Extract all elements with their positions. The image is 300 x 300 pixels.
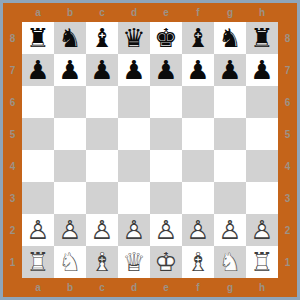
black-piece-layer: ♟ — [150, 54, 182, 86]
rank-label-5-right: 5 — [278, 118, 297, 150]
square-g5[interactable] — [214, 118, 246, 150]
file-label-a-bottom: a — [22, 278, 54, 297]
square-g6[interactable] — [214, 86, 246, 118]
square-h2[interactable]: ♟♙ — [246, 214, 278, 246]
black-piece-layer: ♟ — [54, 54, 86, 86]
square-e3[interactable] — [150, 182, 182, 214]
black-piece-layer: ♜ — [22, 22, 54, 54]
square-e5[interactable] — [150, 118, 182, 150]
rank-label-8-right: 8 — [278, 22, 297, 54]
square-c4[interactable] — [86, 150, 118, 182]
rank-label-5-left: 5 — [3, 118, 22, 150]
square-a8[interactable]: ♜ — [22, 22, 54, 54]
rank-label-7-right: 7 — [278, 54, 297, 86]
square-a2[interactable]: ♟♙ — [22, 214, 54, 246]
black-pawn-d7: ♟ — [118, 54, 150, 86]
square-c1[interactable]: ♝♗ — [86, 246, 118, 278]
white-pawn-a2: ♟♙ — [22, 214, 54, 246]
white-piece-outline-layer: ♙ — [150, 214, 182, 246]
black-pawn-f7: ♟ — [182, 54, 214, 86]
square-c6[interactable] — [86, 86, 118, 118]
white-knight-g1: ♞♘ — [214, 246, 246, 278]
white-rook-a1: ♜♖ — [22, 246, 54, 278]
square-e8[interactable]: ♚ — [150, 22, 182, 54]
border-corner — [278, 3, 297, 22]
square-g8[interactable]: ♞ — [214, 22, 246, 54]
square-d7[interactable]: ♟ — [118, 54, 150, 86]
white-piece-outline-layer: ♖ — [22, 246, 54, 278]
square-h1[interactable]: ♜♖ — [246, 246, 278, 278]
file-label-f-top: f — [182, 3, 214, 22]
square-a6[interactable] — [22, 86, 54, 118]
square-f7[interactable]: ♟ — [182, 54, 214, 86]
black-pawn-g7: ♟ — [214, 54, 246, 86]
square-b1[interactable]: ♞♘ — [54, 246, 86, 278]
black-rook-h8: ♜ — [246, 22, 278, 54]
white-piece-outline-layer: ♖ — [246, 246, 278, 278]
square-d4[interactable] — [118, 150, 150, 182]
border-corner — [278, 278, 297, 297]
black-piece-layer: ♞ — [54, 22, 86, 54]
border-corner — [3, 3, 22, 22]
square-c3[interactable] — [86, 182, 118, 214]
white-pawn-f2: ♟♙ — [182, 214, 214, 246]
black-piece-layer: ♟ — [22, 54, 54, 86]
chess-board: abcdefgh8♜♞♝♛♚♝♞♜87♟♟♟♟♟♟♟♟7665544332♟♙♟… — [3, 3, 297, 297]
white-piece-outline-layer: ♙ — [118, 214, 150, 246]
square-h6[interactable] — [246, 86, 278, 118]
square-c8[interactable]: ♝ — [86, 22, 118, 54]
white-piece-outline-layer: ♘ — [54, 246, 86, 278]
square-c7[interactable]: ♟ — [86, 54, 118, 86]
file-label-g-bottom: g — [214, 278, 246, 297]
black-piece-layer: ♚ — [150, 22, 182, 54]
file-label-f-bottom: f — [182, 278, 214, 297]
black-piece-layer: ♟ — [182, 54, 214, 86]
white-knight-b1: ♞♘ — [54, 246, 86, 278]
square-b4[interactable] — [54, 150, 86, 182]
white-piece-outline-layer: ♕ — [118, 246, 150, 278]
file-label-e-bottom: e — [150, 278, 182, 297]
black-piece-layer: ♟ — [246, 54, 278, 86]
white-rook-h1: ♜♖ — [246, 246, 278, 278]
file-label-b-top: b — [54, 3, 86, 22]
rank-label-6-right: 6 — [278, 86, 297, 118]
white-king-e1: ♚♔ — [150, 246, 182, 278]
black-pawn-c7: ♟ — [86, 54, 118, 86]
white-pawn-b2: ♟♙ — [54, 214, 86, 246]
black-piece-layer: ♟ — [86, 54, 118, 86]
square-f5[interactable] — [182, 118, 214, 150]
black-knight-b8: ♞ — [54, 22, 86, 54]
square-b2[interactable]: ♟♙ — [54, 214, 86, 246]
black-bishop-f8: ♝ — [182, 22, 214, 54]
square-d6[interactable] — [118, 86, 150, 118]
square-d3[interactable] — [118, 182, 150, 214]
white-pawn-h2: ♟♙ — [246, 214, 278, 246]
black-king-e8: ♚ — [150, 22, 182, 54]
square-h7[interactable]: ♟ — [246, 54, 278, 86]
rank-label-4-left: 4 — [3, 150, 22, 182]
white-bishop-c1: ♝♗ — [86, 246, 118, 278]
black-piece-layer: ♜ — [246, 22, 278, 54]
border-corner — [3, 278, 22, 297]
square-h4[interactable] — [246, 150, 278, 182]
black-piece-layer: ♝ — [182, 22, 214, 54]
square-f2[interactable]: ♟♙ — [182, 214, 214, 246]
file-label-c-bottom: c — [86, 278, 118, 297]
square-d8[interactable]: ♛ — [118, 22, 150, 54]
square-a3[interactable] — [22, 182, 54, 214]
square-h5[interactable] — [246, 118, 278, 150]
file-label-g-top: g — [214, 3, 246, 22]
square-a7[interactable]: ♟ — [22, 54, 54, 86]
white-pawn-e2: ♟♙ — [150, 214, 182, 246]
black-piece-layer: ♛ — [118, 22, 150, 54]
file-label-d-top: d — [118, 3, 150, 22]
white-pawn-c2: ♟♙ — [86, 214, 118, 246]
square-a5[interactable] — [22, 118, 54, 150]
square-b5[interactable] — [54, 118, 86, 150]
square-e4[interactable] — [150, 150, 182, 182]
white-queen-d1: ♛♕ — [118, 246, 150, 278]
black-piece-layer: ♟ — [214, 54, 246, 86]
white-pawn-d2: ♟♙ — [118, 214, 150, 246]
square-h8[interactable]: ♜ — [246, 22, 278, 54]
square-d1[interactable]: ♛♕ — [118, 246, 150, 278]
white-piece-outline-layer: ♔ — [150, 246, 182, 278]
square-e2[interactable]: ♟♙ — [150, 214, 182, 246]
file-label-h-top: h — [246, 3, 278, 22]
black-pawn-a7: ♟ — [22, 54, 54, 86]
black-piece-layer: ♞ — [214, 22, 246, 54]
white-piece-outline-layer: ♙ — [182, 214, 214, 246]
square-g4[interactable] — [214, 150, 246, 182]
rank-label-2-left: 2 — [3, 214, 22, 246]
square-b7[interactable]: ♟ — [54, 54, 86, 86]
square-c5[interactable] — [86, 118, 118, 150]
rank-label-3-left: 3 — [3, 182, 22, 214]
file-label-a-top: a — [22, 3, 54, 22]
file-label-d-bottom: d — [118, 278, 150, 297]
square-b3[interactable] — [54, 182, 86, 214]
white-piece-outline-layer: ♘ — [214, 246, 246, 278]
square-b6[interactable] — [54, 86, 86, 118]
rank-label-2-right: 2 — [278, 214, 297, 246]
file-label-b-bottom: b — [54, 278, 86, 297]
rank-label-8-left: 8 — [3, 22, 22, 54]
white-piece-outline-layer: ♙ — [54, 214, 86, 246]
rank-label-6-left: 6 — [3, 86, 22, 118]
square-f1[interactable]: ♝♗ — [182, 246, 214, 278]
square-g7[interactable]: ♟ — [214, 54, 246, 86]
black-rook-a8: ♜ — [22, 22, 54, 54]
black-pawn-b7: ♟ — [54, 54, 86, 86]
white-piece-outline-layer: ♙ — [214, 214, 246, 246]
square-b8[interactable]: ♞ — [54, 22, 86, 54]
black-piece-layer: ♝ — [86, 22, 118, 54]
square-a4[interactable] — [22, 150, 54, 182]
white-piece-outline-layer: ♙ — [246, 214, 278, 246]
square-e1[interactable]: ♚♔ — [150, 246, 182, 278]
square-g3[interactable] — [214, 182, 246, 214]
black-queen-d8: ♛ — [118, 22, 150, 54]
square-c2[interactable]: ♟♙ — [86, 214, 118, 246]
square-e7[interactable]: ♟ — [150, 54, 182, 86]
black-pawn-e7: ♟ — [150, 54, 182, 86]
square-d2[interactable]: ♟♙ — [118, 214, 150, 246]
square-e6[interactable] — [150, 86, 182, 118]
square-f8[interactable]: ♝ — [182, 22, 214, 54]
rank-label-4-right: 4 — [278, 150, 297, 182]
black-pawn-h7: ♟ — [246, 54, 278, 86]
square-f4[interactable] — [182, 150, 214, 182]
white-piece-outline-layer: ♗ — [182, 246, 214, 278]
rank-label-7-left: 7 — [3, 54, 22, 86]
square-g2[interactable]: ♟♙ — [214, 214, 246, 246]
white-piece-outline-layer: ♙ — [22, 214, 54, 246]
white-pawn-g2: ♟♙ — [214, 214, 246, 246]
square-g1[interactable]: ♞♘ — [214, 246, 246, 278]
rank-label-1-left: 1 — [3, 246, 22, 278]
black-bishop-c8: ♝ — [86, 22, 118, 54]
black-knight-g8: ♞ — [214, 22, 246, 54]
file-label-c-top: c — [86, 3, 118, 22]
square-d5[interactable] — [118, 118, 150, 150]
square-f3[interactable] — [182, 182, 214, 214]
file-label-h-bottom: h — [246, 278, 278, 297]
white-piece-outline-layer: ♗ — [86, 246, 118, 278]
black-piece-layer: ♟ — [118, 54, 150, 86]
white-piece-outline-layer: ♙ — [86, 214, 118, 246]
outer-frame: abcdefgh8♜♞♝♛♚♝♞♜87♟♟♟♟♟♟♟♟7665544332♟♙♟… — [0, 0, 300, 300]
white-bishop-f1: ♝♗ — [182, 246, 214, 278]
square-f6[interactable] — [182, 86, 214, 118]
square-a1[interactable]: ♜♖ — [22, 246, 54, 278]
rank-label-1-right: 1 — [278, 246, 297, 278]
file-label-e-top: e — [150, 3, 182, 22]
rank-label-3-right: 3 — [278, 182, 297, 214]
square-h3[interactable] — [246, 182, 278, 214]
